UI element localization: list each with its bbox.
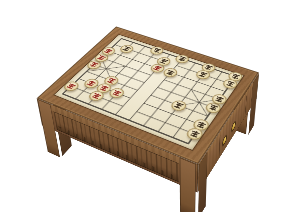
piece-character bbox=[122, 46, 131, 51]
piece-character bbox=[231, 73, 240, 79]
piece-black-advisor[interactable] bbox=[169, 99, 188, 112]
panel-groove bbox=[245, 95, 247, 116]
piece-character bbox=[209, 104, 219, 111]
piece-rim bbox=[204, 101, 223, 114]
piece-shadow bbox=[185, 129, 205, 144]
piece-top bbox=[169, 99, 188, 112]
piece-body bbox=[87, 90, 107, 103]
piece-top bbox=[210, 93, 229, 106]
piece-character bbox=[153, 65, 162, 71]
piece-character bbox=[204, 64, 213, 70]
piece-character bbox=[96, 55, 105, 61]
piece-character bbox=[166, 70, 176, 76]
piece-rim bbox=[87, 90, 107, 103]
piece-character bbox=[99, 85, 109, 92]
piece-shadow bbox=[107, 89, 126, 102]
piece-red-cannon[interactable] bbox=[87, 90, 107, 103]
piece-character bbox=[196, 121, 207, 129]
piece-character bbox=[112, 90, 122, 97]
piece-black-horse[interactable] bbox=[185, 127, 205, 142]
piece-character bbox=[66, 83, 76, 89]
piece-character bbox=[215, 96, 225, 103]
piece-character bbox=[159, 58, 168, 64]
piece-rim bbox=[192, 118, 212, 132]
piece-shadow bbox=[192, 120, 212, 135]
piece-top bbox=[185, 127, 205, 142]
piece-top bbox=[87, 90, 107, 103]
tabletop-frame bbox=[37, 26, 259, 164]
brass-pull-icon[interactable] bbox=[231, 119, 236, 134]
piece-shadow bbox=[211, 95, 230, 108]
piece-shadow bbox=[86, 92, 106, 105]
piece-rim bbox=[185, 127, 205, 142]
panel-groove bbox=[219, 135, 221, 156]
piece-body bbox=[204, 101, 223, 114]
piece-character bbox=[153, 48, 162, 53]
piece-character bbox=[226, 81, 236, 87]
piece-shadow bbox=[205, 103, 224, 117]
piece-character bbox=[198, 71, 207, 77]
piece-black-advisor[interactable] bbox=[210, 93, 229, 106]
piece-black-king[interactable] bbox=[204, 101, 223, 114]
piece-character bbox=[174, 102, 184, 109]
piece-body bbox=[169, 99, 188, 112]
front-leg bbox=[180, 158, 197, 212]
piece-rim bbox=[169, 99, 188, 112]
piece-character bbox=[91, 93, 101, 100]
piece-character bbox=[190, 130, 201, 138]
piece-character bbox=[103, 48, 112, 53]
piece-body bbox=[185, 127, 205, 142]
piece-rim bbox=[210, 93, 229, 106]
piece-character bbox=[89, 62, 99, 68]
piece-character bbox=[86, 80, 96, 86]
brass-pull-icon[interactable] bbox=[222, 133, 227, 148]
piece-top bbox=[204, 101, 223, 114]
render-viewport bbox=[0, 0, 300, 212]
piece-black-elephant[interactable] bbox=[192, 118, 212, 132]
piece-character bbox=[106, 78, 116, 84]
piece-character bbox=[178, 56, 187, 62]
piece-top bbox=[192, 118, 212, 132]
piece-body bbox=[210, 93, 229, 106]
piece-shadow bbox=[169, 101, 188, 114]
piece-body bbox=[192, 118, 212, 132]
